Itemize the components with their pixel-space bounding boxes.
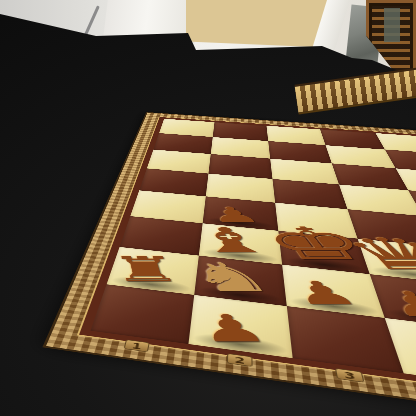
piece-P-a2[interactable]: ♟ (177, 310, 291, 348)
scene: 123 ♜♟♞♝♟♟♚♟♛♟♝♞♟♜♟♟ (0, 0, 416, 416)
bronze-frame-inset (384, 8, 400, 42)
piece-P-b3[interactable]: ♟ (269, 277, 381, 309)
piece-R-b1[interactable]: ♜ (101, 253, 195, 287)
